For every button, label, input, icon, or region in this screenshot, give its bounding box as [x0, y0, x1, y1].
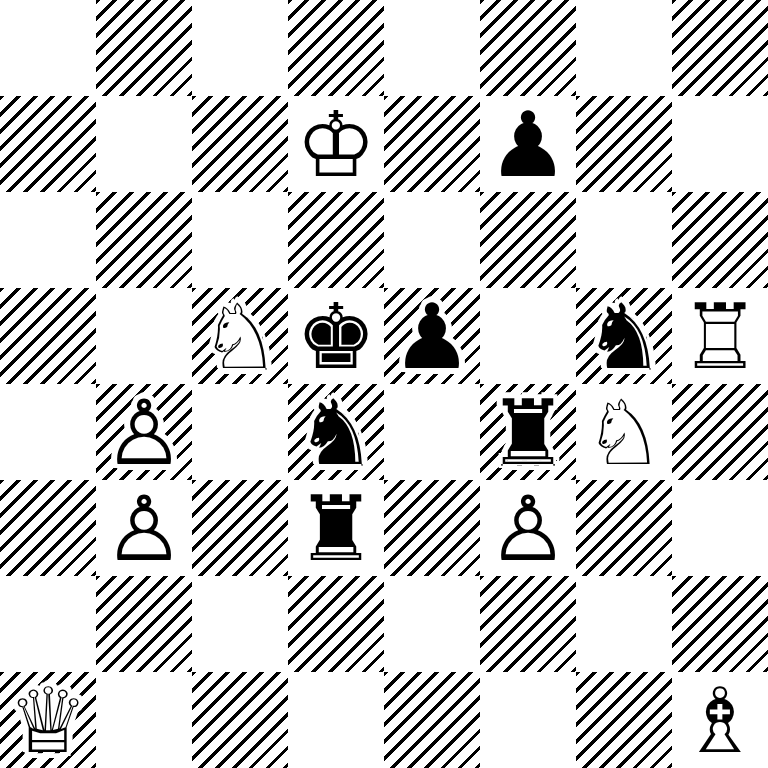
piece-white-knight[interactable]: ♞♘ [576, 384, 672, 480]
square-f4[interactable]: ♜♜ [480, 384, 576, 480]
chess-board-window: ♚♔♟♟♞♘♚♚♟♟♞♞♜♖♟♙♞♞♜♜♞♘♟♙♜♜♟♙♛♕♝♗ [0, 0, 768, 768]
square-c6[interactable] [192, 192, 288, 288]
piece-halo: ♜ [672, 288, 768, 384]
piece-halo: ♚ [288, 288, 384, 384]
piece-black-knight[interactable]: ♞♞ [576, 288, 672, 384]
piece-halo: ♞ [576, 288, 672, 384]
square-c3[interactable] [192, 480, 288, 576]
square-e4[interactable] [384, 384, 480, 480]
piece-white-knight[interactable]: ♞♘ [192, 288, 288, 384]
square-c7[interactable] [192, 96, 288, 192]
square-b6[interactable] [96, 192, 192, 288]
square-c5[interactable]: ♞♘ [192, 288, 288, 384]
piece-black-king[interactable]: ♚♚ [288, 288, 384, 384]
chess-board: ♚♔♟♟♞♘♚♚♟♟♞♞♜♖♟♙♞♞♜♜♞♘♟♙♜♜♟♙♛♕♝♗ [0, 0, 768, 768]
square-e1[interactable] [384, 672, 480, 768]
square-g2[interactable] [576, 576, 672, 672]
square-d8[interactable] [288, 0, 384, 96]
piece-white-rook[interactable]: ♜♖ [672, 288, 768, 384]
square-a2[interactable] [0, 576, 96, 672]
square-a1[interactable]: ♛♕ [0, 672, 96, 768]
piece-glyph: ♞ [576, 288, 672, 384]
square-d6[interactable] [288, 192, 384, 288]
square-b4[interactable]: ♟♙ [96, 384, 192, 480]
piece-glyph: ♙ [96, 480, 192, 576]
piece-glyph: ♔ [288, 96, 384, 192]
square-f8[interactable] [480, 0, 576, 96]
square-g6[interactable] [576, 192, 672, 288]
square-f6[interactable] [480, 192, 576, 288]
square-f2[interactable] [480, 576, 576, 672]
square-f1[interactable] [480, 672, 576, 768]
square-c8[interactable] [192, 0, 288, 96]
square-d7[interactable]: ♚♔ [288, 96, 384, 192]
square-a3[interactable] [0, 480, 96, 576]
piece-glyph: ♙ [96, 384, 192, 480]
square-c1[interactable] [192, 672, 288, 768]
square-b7[interactable] [96, 96, 192, 192]
piece-glyph: ♚ [288, 288, 384, 384]
square-h3[interactable] [672, 480, 768, 576]
piece-halo: ♝ [672, 672, 768, 768]
piece-glyph: ♟ [384, 288, 480, 384]
piece-glyph: ♕ [0, 672, 96, 768]
square-b8[interactable] [96, 0, 192, 96]
square-d2[interactable] [288, 576, 384, 672]
square-d4[interactable]: ♞♞ [288, 384, 384, 480]
piece-halo: ♟ [480, 480, 576, 576]
square-h6[interactable] [672, 192, 768, 288]
square-f7[interactable]: ♟♟ [480, 96, 576, 192]
piece-white-bishop[interactable]: ♝♗ [672, 672, 768, 768]
piece-halo: ♞ [192, 288, 288, 384]
piece-black-rook[interactable]: ♜♜ [288, 480, 384, 576]
square-e2[interactable] [384, 576, 480, 672]
piece-black-pawn[interactable]: ♟♟ [480, 96, 576, 192]
piece-glyph: ♟ [480, 96, 576, 192]
square-d3[interactable]: ♜♜ [288, 480, 384, 576]
square-c2[interactable] [192, 576, 288, 672]
square-e5[interactable]: ♟♟ [384, 288, 480, 384]
square-e6[interactable] [384, 192, 480, 288]
square-h7[interactable] [672, 96, 768, 192]
piece-white-pawn[interactable]: ♟♙ [96, 480, 192, 576]
square-f5[interactable] [480, 288, 576, 384]
square-b5[interactable] [96, 288, 192, 384]
piece-white-pawn[interactable]: ♟♙ [480, 480, 576, 576]
piece-glyph: ♘ [576, 384, 672, 480]
square-a7[interactable] [0, 96, 96, 192]
square-h2[interactable] [672, 576, 768, 672]
piece-glyph: ♙ [480, 480, 576, 576]
piece-halo: ♜ [480, 384, 576, 480]
piece-halo: ♟ [384, 288, 480, 384]
square-a5[interactable] [0, 288, 96, 384]
square-h5[interactable]: ♜♖ [672, 288, 768, 384]
square-g5[interactable]: ♞♞ [576, 288, 672, 384]
square-d5[interactable]: ♚♚ [288, 288, 384, 384]
square-h4[interactable] [672, 384, 768, 480]
piece-glyph: ♗ [672, 672, 768, 768]
square-d1[interactable] [288, 672, 384, 768]
piece-halo: ♟ [96, 384, 192, 480]
piece-glyph: ♜ [480, 384, 576, 480]
square-h1[interactable]: ♝♗ [672, 672, 768, 768]
piece-black-pawn[interactable]: ♟♟ [384, 288, 480, 384]
piece-black-knight[interactable]: ♞♞ [288, 384, 384, 480]
square-c4[interactable] [192, 384, 288, 480]
square-h8[interactable] [672, 0, 768, 96]
square-g8[interactable] [576, 0, 672, 96]
piece-white-pawn[interactable]: ♟♙ [96, 384, 192, 480]
piece-black-rook[interactable]: ♜♜ [480, 384, 576, 480]
square-g7[interactable] [576, 96, 672, 192]
piece-halo: ♞ [288, 384, 384, 480]
square-b1[interactable] [96, 672, 192, 768]
square-g1[interactable] [576, 672, 672, 768]
piece-glyph: ♜ [288, 480, 384, 576]
square-g4[interactable]: ♞♘ [576, 384, 672, 480]
square-a4[interactable] [0, 384, 96, 480]
square-e8[interactable] [384, 0, 480, 96]
square-a8[interactable] [0, 0, 96, 96]
square-e3[interactable] [384, 480, 480, 576]
square-a6[interactable] [0, 192, 96, 288]
square-b3[interactable]: ♟♙ [96, 480, 192, 576]
piece-glyph: ♞ [288, 384, 384, 480]
piece-halo: ♟ [480, 96, 576, 192]
square-b2[interactable] [96, 576, 192, 672]
piece-glyph: ♘ [192, 288, 288, 384]
square-g3[interactable] [576, 480, 672, 576]
piece-halo: ♛ [0, 672, 96, 768]
piece-white-queen[interactable]: ♛♕ [0, 672, 96, 768]
piece-halo: ♞ [576, 384, 672, 480]
piece-glyph: ♖ [672, 288, 768, 384]
square-f3[interactable]: ♟♙ [480, 480, 576, 576]
piece-halo: ♚ [288, 96, 384, 192]
piece-halo: ♜ [288, 480, 384, 576]
piece-halo: ♟ [96, 480, 192, 576]
square-e7[interactable] [384, 96, 480, 192]
piece-white-king[interactable]: ♚♔ [288, 96, 384, 192]
